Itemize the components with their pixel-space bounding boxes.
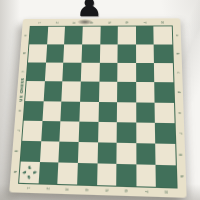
board-square [99, 82, 118, 102]
board-square [154, 26, 173, 44]
board-square [82, 27, 100, 45]
board-square [136, 45, 154, 64]
board-square [99, 45, 117, 64]
knight-icon: ♞ [32, 170, 37, 175]
knight-icon: ♞ [27, 174, 32, 179]
board-square [155, 102, 175, 123]
board-square [64, 27, 82, 45]
four-knight-logo: ♞♞♞♞ [22, 165, 37, 180]
board-square [63, 45, 82, 63]
board-square [78, 142, 98, 164]
board-square [156, 165, 177, 188]
board-square [117, 143, 137, 165]
board-square [118, 45, 136, 64]
board-square [81, 63, 100, 82]
board-square [98, 122, 117, 143]
board-square [41, 121, 61, 142]
board-square [25, 81, 44, 100]
board-square: ♞♞♞♞ [19, 161, 39, 183]
board-square [47, 27, 65, 45]
board-square [24, 101, 44, 121]
board-square [42, 101, 61, 121]
board-square [155, 122, 175, 143]
board-square [79, 121, 99, 142]
chessboard: 12345678 12345678 abcdefgh abcdefgh US C… [9, 18, 186, 197]
knight-icon: ♞ [22, 170, 27, 175]
board-square [98, 102, 117, 122]
board-square [117, 82, 136, 102]
board-square [118, 26, 136, 44]
board-square [63, 63, 82, 82]
board-squares: ♞♞♞♞ [19, 26, 176, 187]
board-perspective-wrap: 12345678 12345678 abcdefgh abcdefgh US C… [9, 18, 186, 197]
board-square [136, 63, 155, 82]
board-square [156, 143, 176, 165]
board-square [136, 122, 156, 143]
board-square [80, 82, 99, 102]
board-square [97, 142, 117, 164]
board-square [27, 63, 46, 82]
board-square [116, 164, 136, 186]
board-square [61, 101, 80, 121]
board-square [154, 45, 173, 64]
board-square [136, 143, 156, 165]
board-square [97, 163, 117, 185]
board-square [155, 82, 174, 102]
board-square [58, 162, 78, 184]
board-square [79, 101, 98, 121]
board-square [43, 82, 62, 101]
board-square [136, 102, 155, 122]
board-square [46, 45, 65, 63]
board-square [117, 122, 136, 143]
board-square [117, 102, 136, 122]
board-square [40, 141, 60, 162]
board-square [29, 27, 48, 45]
board-square [77, 163, 97, 185]
board-square [100, 27, 118, 45]
board-square [21, 141, 41, 162]
board-square [154, 63, 173, 82]
black-pawn: ♟ [76, 0, 92, 21]
board-square [60, 121, 80, 142]
board-square [45, 63, 64, 82]
photo-of-chessboard: 12345678 12345678 abcdefgh abcdefgh US C… [0, 0, 200, 200]
board-square [81, 45, 99, 63]
board-square [99, 63, 118, 82]
board-square [28, 44, 47, 62]
board-square [38, 162, 58, 184]
board-square [59, 141, 79, 162]
board-square [136, 82, 155, 102]
board-square [117, 63, 136, 82]
board-square [62, 82, 81, 102]
board-square [136, 164, 156, 187]
board-square [136, 26, 154, 44]
board-square [22, 120, 42, 141]
